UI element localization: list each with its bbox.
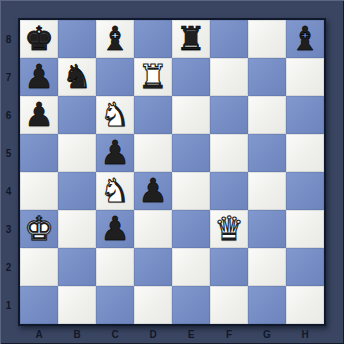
square-f8[interactable] — [210, 20, 248, 58]
file-label-a: A — [20, 326, 58, 342]
square-c6[interactable]: ♞ — [96, 96, 134, 134]
square-h4[interactable] — [286, 172, 324, 210]
black-pawn-piece[interactable]: ♟ — [24, 58, 54, 96]
square-c1[interactable] — [96, 286, 134, 324]
square-e3[interactable] — [172, 210, 210, 248]
square-c8[interactable]: ♝ — [96, 20, 134, 58]
square-g5[interactable] — [248, 134, 286, 172]
square-b4[interactable] — [58, 172, 96, 210]
square-g2[interactable] — [248, 248, 286, 286]
square-d8[interactable] — [134, 20, 172, 58]
black-bishop-piece[interactable]: ♝ — [290, 20, 320, 58]
square-c7[interactable] — [96, 58, 134, 96]
square-e2[interactable] — [172, 248, 210, 286]
square-b3[interactable] — [58, 210, 96, 248]
square-d6[interactable] — [134, 96, 172, 134]
rank-label-6: 6 — [0, 96, 17, 134]
square-c3[interactable]: ♟ — [96, 210, 134, 248]
square-h8[interactable]: ♝ — [286, 20, 324, 58]
rank-label-4: 4 — [0, 172, 17, 210]
square-h2[interactable] — [286, 248, 324, 286]
file-label-c: C — [96, 326, 134, 342]
file-label-h: H — [286, 326, 324, 342]
square-h1[interactable] — [286, 286, 324, 324]
square-c4[interactable]: ♞ — [96, 172, 134, 210]
square-f4[interactable] — [210, 172, 248, 210]
file-label-g: G — [248, 326, 286, 342]
square-g3[interactable] — [248, 210, 286, 248]
square-e7[interactable] — [172, 58, 210, 96]
black-bishop-piece[interactable]: ♝ — [100, 20, 130, 58]
file-label-d: D — [134, 326, 172, 342]
square-f1[interactable] — [210, 286, 248, 324]
square-b6[interactable] — [58, 96, 96, 134]
white-king-piece[interactable]: ♚ — [24, 210, 54, 248]
white-knight-piece[interactable]: ♞ — [100, 172, 130, 210]
square-a4[interactable] — [20, 172, 58, 210]
square-d3[interactable] — [134, 210, 172, 248]
file-label-e: E — [172, 326, 210, 342]
square-a3[interactable]: ♚ — [20, 210, 58, 248]
rank-label-7: 7 — [0, 58, 17, 96]
square-e4[interactable] — [172, 172, 210, 210]
square-g1[interactable] — [248, 286, 286, 324]
square-g7[interactable] — [248, 58, 286, 96]
square-d1[interactable] — [134, 286, 172, 324]
square-d5[interactable] — [134, 134, 172, 172]
black-knight-piece[interactable]: ♞ — [62, 58, 92, 96]
chess-board: ♚♝♜♝♟♞♜♟♞♟♞♟♚♟♛ — [18, 18, 326, 326]
square-e5[interactable] — [172, 134, 210, 172]
square-h6[interactable] — [286, 96, 324, 134]
square-a2[interactable] — [20, 248, 58, 286]
square-f6[interactable] — [210, 96, 248, 134]
black-pawn-piece[interactable]: ♟ — [138, 172, 168, 210]
black-king-piece[interactable]: ♚ — [24, 20, 54, 58]
square-b5[interactable] — [58, 134, 96, 172]
square-d2[interactable] — [134, 248, 172, 286]
square-f5[interactable] — [210, 134, 248, 172]
square-e1[interactable] — [172, 286, 210, 324]
black-pawn-piece[interactable]: ♟ — [100, 134, 130, 172]
square-g8[interactable] — [248, 20, 286, 58]
square-c2[interactable] — [96, 248, 134, 286]
square-h7[interactable] — [286, 58, 324, 96]
square-e6[interactable] — [172, 96, 210, 134]
square-f2[interactable] — [210, 248, 248, 286]
chess-app-window: ♚♝♜♝♟♞♜♟♞♟♞♟♚♟♛ 87654321 ABCDEFGH — [0, 0, 344, 344]
square-h5[interactable] — [286, 134, 324, 172]
square-b2[interactable] — [58, 248, 96, 286]
square-d4[interactable]: ♟ — [134, 172, 172, 210]
square-d7[interactable]: ♜ — [134, 58, 172, 96]
square-h3[interactable] — [286, 210, 324, 248]
square-b8[interactable] — [58, 20, 96, 58]
square-b7[interactable]: ♞ — [58, 58, 96, 96]
file-label-f: F — [210, 326, 248, 342]
rank-label-2: 2 — [0, 248, 17, 286]
square-g6[interactable] — [248, 96, 286, 134]
square-a1[interactable] — [20, 286, 58, 324]
black-pawn-piece[interactable]: ♟ — [24, 96, 54, 134]
square-f3[interactable]: ♛ — [210, 210, 248, 248]
square-a7[interactable]: ♟ — [20, 58, 58, 96]
rank-label-3: 3 — [0, 210, 17, 248]
white-queen-piece[interactable]: ♛ — [214, 210, 244, 248]
rank-label-1: 1 — [0, 286, 17, 324]
black-rook-piece[interactable]: ♜ — [176, 20, 206, 58]
file-label-b: B — [58, 326, 96, 342]
rank-label-5: 5 — [0, 134, 17, 172]
square-a8[interactable]: ♚ — [20, 20, 58, 58]
rank-label-8: 8 — [0, 20, 17, 58]
black-pawn-piece[interactable]: ♟ — [100, 210, 130, 248]
white-knight-piece[interactable]: ♞ — [100, 96, 130, 134]
square-b1[interactable] — [58, 286, 96, 324]
square-e8[interactable]: ♜ — [172, 20, 210, 58]
white-rook-piece[interactable]: ♜ — [138, 58, 168, 96]
square-a6[interactable]: ♟ — [20, 96, 58, 134]
square-c5[interactable]: ♟ — [96, 134, 134, 172]
square-a5[interactable] — [20, 134, 58, 172]
square-g4[interactable] — [248, 172, 286, 210]
square-f7[interactable] — [210, 58, 248, 96]
